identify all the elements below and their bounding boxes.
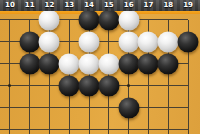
column-label-11: 11 (20, 0, 40, 11)
white-stone (39, 31, 60, 52)
column-label-17: 17 (139, 0, 159, 11)
column-labels: 10111213141516171819 (0, 0, 198, 11)
intersection-11-6[interactable] (20, 118, 40, 134)
column-label-14: 14 (79, 0, 99, 11)
intersection-10-5[interactable] (0, 97, 20, 119)
intersection-18-6[interactable] (158, 118, 178, 134)
white-stone (98, 53, 119, 74)
intersection-15-3[interactable] (99, 53, 119, 75)
intersection-12-2[interactable] (40, 31, 60, 53)
intersection-16-6[interactable] (119, 118, 139, 134)
intersection-19-5[interactable] (178, 97, 198, 119)
intersection-18-4[interactable] (158, 75, 178, 97)
intersection-11-4[interactable] (20, 75, 40, 97)
intersection-12-3[interactable] (40, 53, 60, 75)
intersection-13-4[interactable] (59, 75, 79, 97)
black-stone (19, 31, 40, 52)
white-stone (79, 31, 100, 52)
intersection-14-3[interactable] (79, 53, 99, 75)
intersection-11-3[interactable] (20, 53, 40, 75)
black-stone (178, 31, 199, 52)
intersection-14-6[interactable] (79, 118, 99, 134)
column-label-15: 15 (99, 0, 119, 11)
intersection-15-1[interactable] (99, 9, 119, 31)
intersection-16-2[interactable] (119, 31, 139, 53)
intersection-13-6[interactable] (59, 118, 79, 134)
column-label-18: 18 (158, 0, 178, 11)
column-label-16: 16 (119, 0, 139, 11)
black-stone (118, 53, 139, 74)
white-stone (79, 53, 100, 74)
black-stone (19, 53, 40, 74)
intersection-17-1[interactable] (139, 9, 159, 31)
white-stone (138, 31, 159, 52)
black-stone (39, 53, 60, 74)
intersection-19-4[interactable] (178, 75, 198, 97)
intersection-13-1[interactable] (59, 9, 79, 31)
column-label-10: 10 (0, 0, 20, 11)
black-stone (98, 9, 119, 30)
intersection-15-6[interactable] (99, 118, 119, 134)
black-stone (138, 53, 159, 74)
intersection-19-6[interactable] (178, 118, 198, 134)
intersection-19-3[interactable] (178, 53, 198, 75)
intersection-15-4[interactable] (99, 75, 119, 97)
intersection-10-3[interactable] (0, 53, 20, 75)
column-header-bar: 10111213141516171819 (0, 0, 200, 11)
intersection-16-1[interactable] (119, 9, 139, 31)
intersection-14-2[interactable] (79, 31, 99, 53)
intersection-10-4[interactable] (0, 75, 20, 97)
column-label-13: 13 (59, 0, 79, 11)
intersection-17-2[interactable] (139, 31, 159, 53)
white-stone (118, 31, 139, 52)
intersection-12-6[interactable] (40, 118, 60, 134)
intersection-11-1[interactable] (20, 9, 40, 31)
intersection-13-5[interactable] (59, 97, 79, 119)
intersection-11-5[interactable] (20, 97, 40, 119)
black-stone (79, 9, 100, 30)
intersection-19-2[interactable] (178, 31, 198, 53)
intersection-14-5[interactable] (79, 97, 99, 119)
intersection-14-4[interactable] (79, 75, 99, 97)
intersection-18-5[interactable] (158, 97, 178, 119)
black-stone (98, 75, 119, 96)
intersection-16-5[interactable] (119, 97, 139, 119)
intersection-13-3[interactable] (59, 53, 79, 75)
intersection-15-2[interactable] (99, 31, 119, 53)
intersection-12-4[interactable] (40, 75, 60, 97)
column-label-19: 19 (178, 0, 198, 11)
black-stone (79, 75, 100, 96)
go-board-screen: 10111213141516171819 (0, 0, 200, 134)
white-stone (118, 9, 139, 30)
black-stone (158, 53, 179, 74)
column-label-12: 12 (40, 0, 60, 11)
intersection-17-6[interactable] (139, 118, 159, 134)
white-stone (158, 31, 179, 52)
intersection-15-5[interactable] (99, 97, 119, 119)
white-stone (59, 53, 80, 74)
intersection-18-3[interactable] (158, 53, 178, 75)
intersection-10-2[interactable] (0, 31, 20, 53)
star-point (127, 84, 130, 87)
intersection-13-2[interactable] (59, 31, 79, 53)
intersection-17-4[interactable] (139, 75, 159, 97)
board-grid (0, 9, 198, 134)
intersection-10-1[interactable] (0, 9, 20, 31)
intersection-14-1[interactable] (79, 9, 99, 31)
white-stone (39, 9, 60, 30)
intersection-16-3[interactable] (119, 53, 139, 75)
black-stone (118, 97, 139, 118)
black-stone (59, 75, 80, 96)
intersection-12-1[interactable] (40, 9, 60, 31)
intersection-17-5[interactable] (139, 97, 159, 119)
intersection-19-1[interactable] (178, 9, 198, 31)
intersection-16-4[interactable] (119, 75, 139, 97)
intersection-11-2[interactable] (20, 31, 40, 53)
intersection-18-2[interactable] (158, 31, 178, 53)
intersection-17-3[interactable] (139, 53, 159, 75)
intersection-10-6[interactable] (0, 118, 20, 134)
intersection-12-5[interactable] (40, 97, 60, 119)
intersection-18-1[interactable] (158, 9, 178, 31)
star-point (8, 84, 11, 87)
